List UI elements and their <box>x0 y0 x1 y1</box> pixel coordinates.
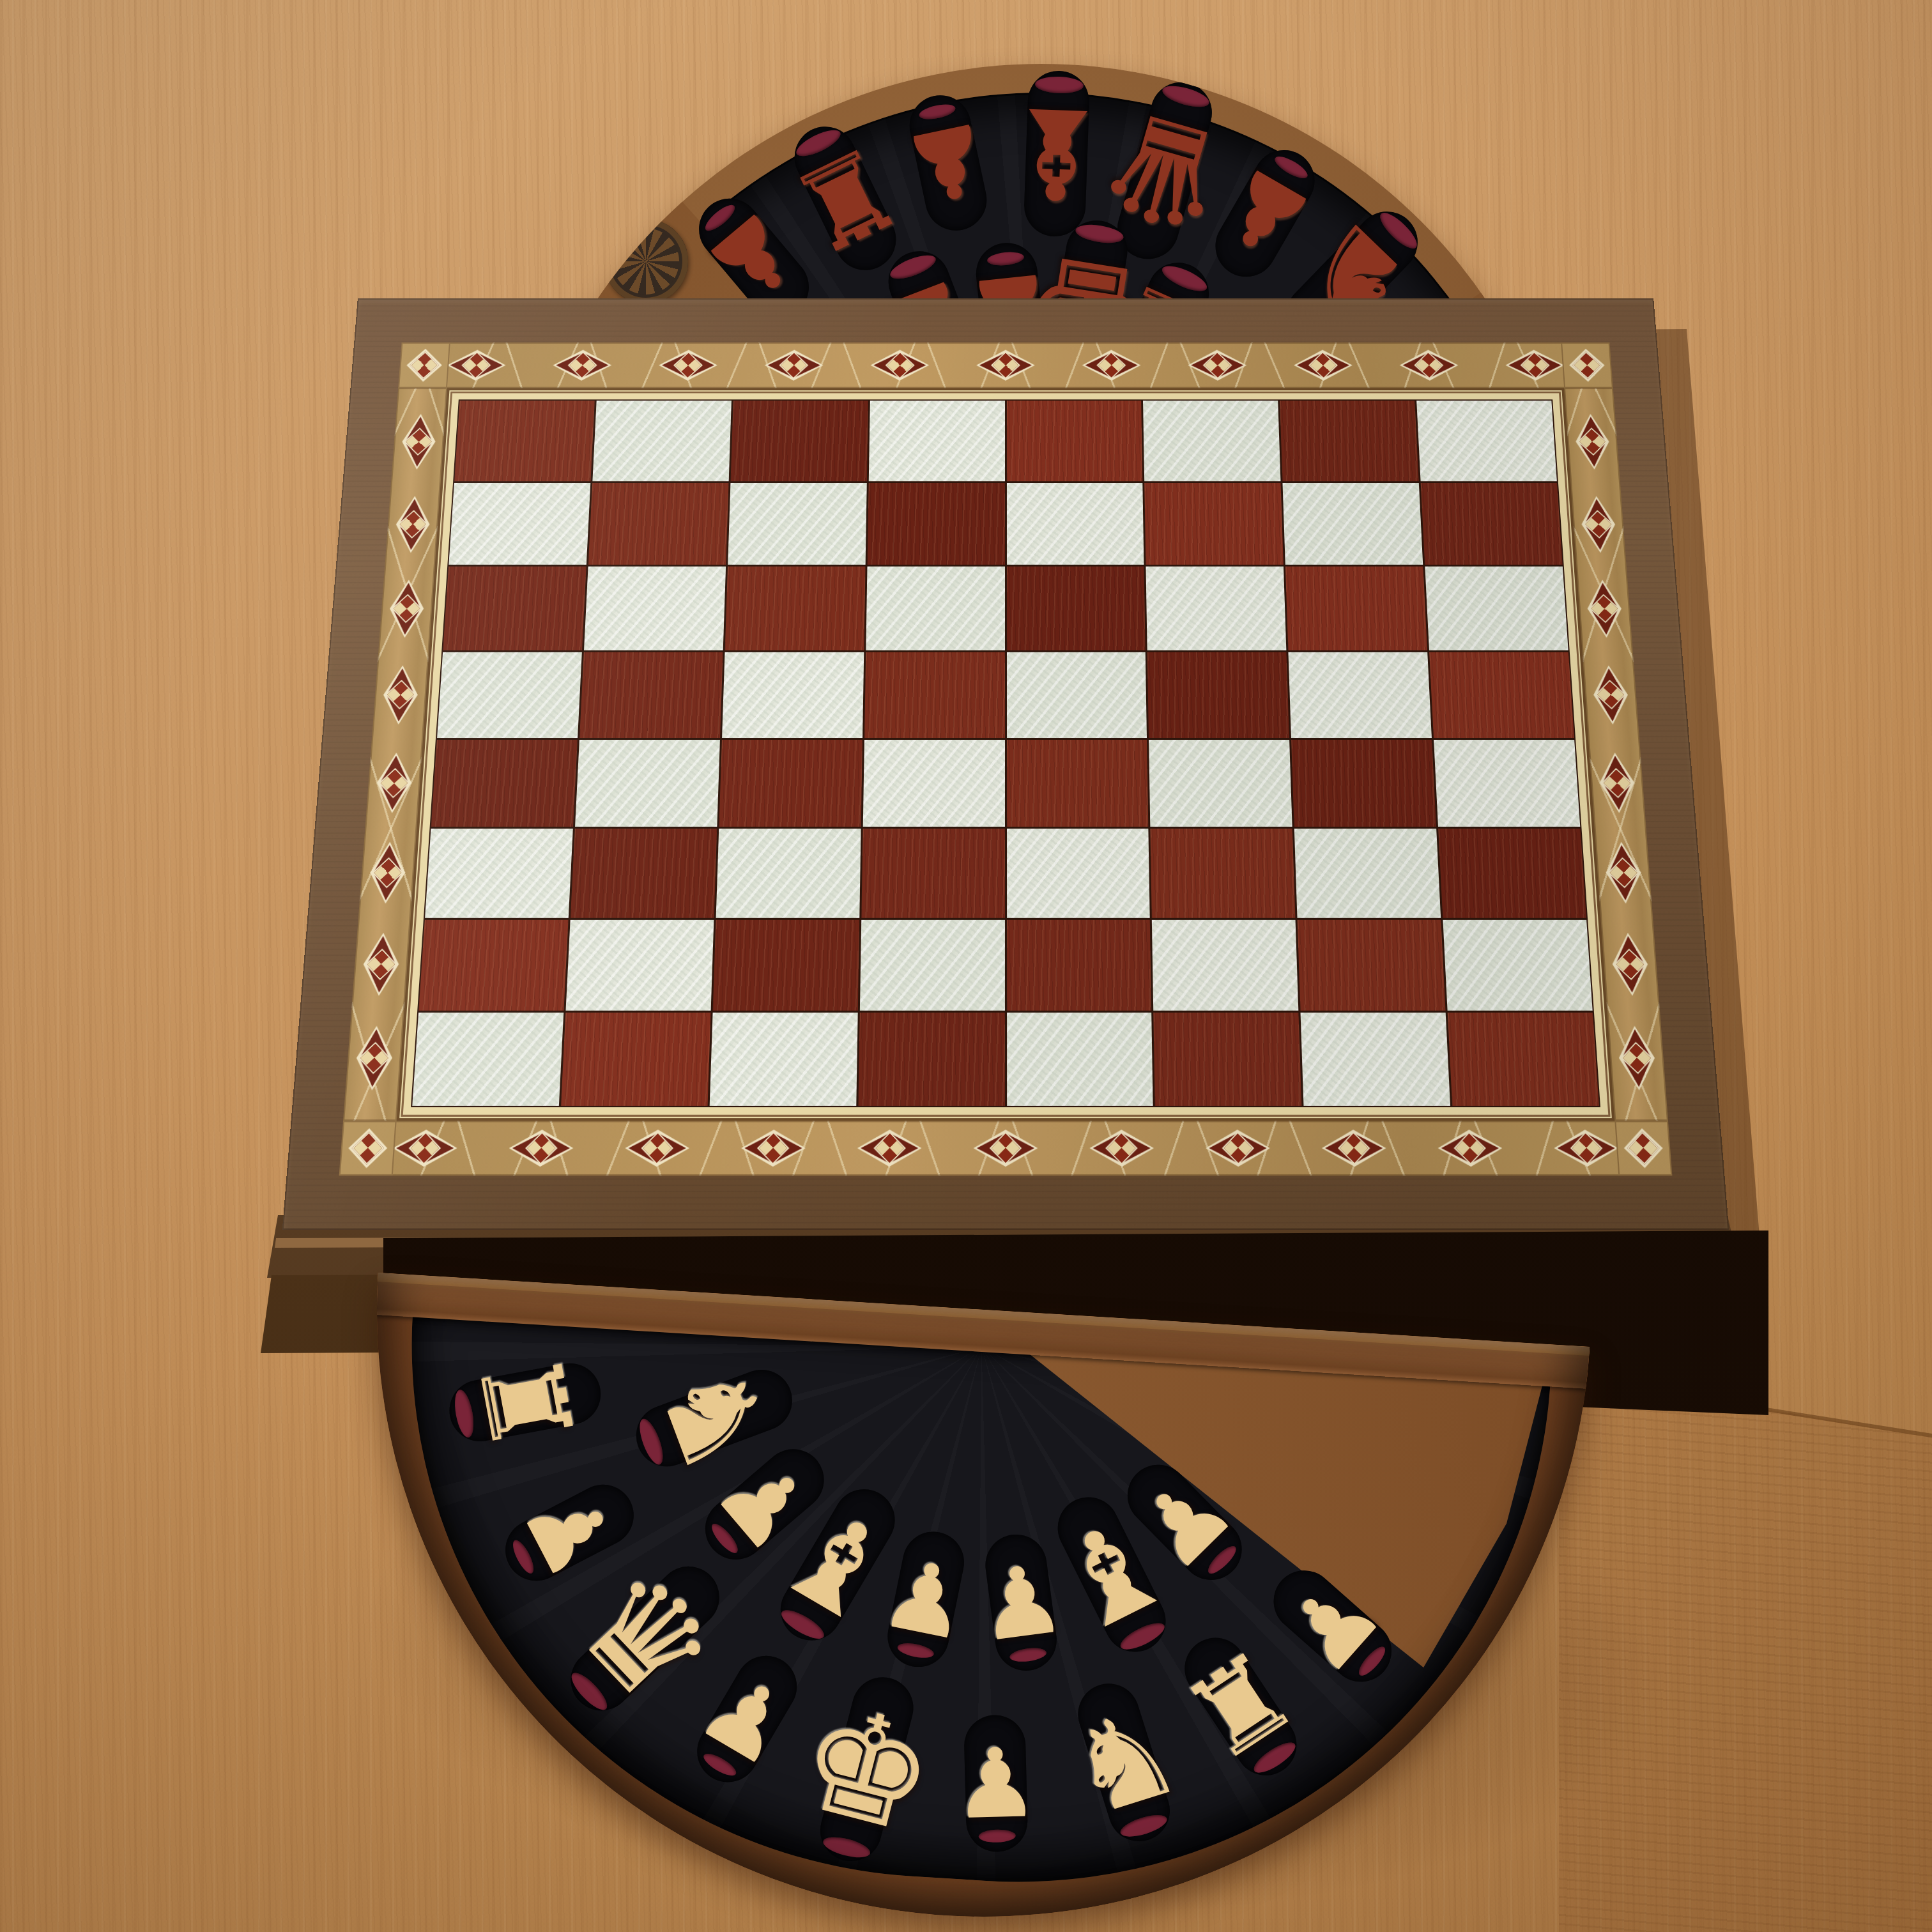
board-square-d5[interactable] <box>864 652 1005 738</box>
inlay-diamond <box>974 1130 1038 1167</box>
inlay-diamond <box>1437 1130 1503 1167</box>
board-square-a2[interactable] <box>418 920 568 1011</box>
board-square-g3[interactable] <box>1294 829 1441 918</box>
inlay-diamond <box>1574 414 1611 470</box>
board-square-f3[interactable] <box>1151 829 1296 918</box>
board-square-e3[interactable] <box>1007 829 1151 918</box>
inlay-diamond <box>1505 350 1565 381</box>
inlay-diamond <box>857 1130 921 1167</box>
board-square-d7[interactable] <box>867 483 1004 565</box>
board-square-f7[interactable] <box>1145 483 1284 565</box>
board-square-h5[interactable] <box>1429 652 1574 738</box>
scene: ♟♜♟♝♛♟♞♟♟♞♟♚♜♝♟♟ <box>0 0 1932 1932</box>
board-square-b6[interactable] <box>584 567 726 650</box>
board-square-f2[interactable] <box>1152 920 1298 1011</box>
inlay-diamond <box>1205 1130 1270 1167</box>
mosaic-band-top <box>398 342 1613 388</box>
board-square-d4[interactable] <box>862 739 1004 827</box>
inlay-diamond <box>388 580 426 638</box>
chess-board <box>322 263 1689 1215</box>
board-square-f4[interactable] <box>1149 739 1292 827</box>
board-square-f5[interactable] <box>1147 652 1289 738</box>
checkerboard <box>412 401 1599 1106</box>
inlay-diamond <box>870 350 929 381</box>
light-pawn[interactable]: ♟ <box>951 1735 1039 1832</box>
inlay-diamond <box>1586 580 1624 638</box>
inlay-diamond <box>1623 1128 1664 1168</box>
board-square-h6[interactable] <box>1425 567 1568 650</box>
inlay-diamond <box>394 496 432 553</box>
board-square-f8[interactable] <box>1143 401 1280 481</box>
board-square-c8[interactable] <box>730 401 868 481</box>
inlay-diamond <box>508 1130 574 1167</box>
board-square-e1[interactable] <box>1007 1013 1153 1106</box>
board-square-b8[interactable] <box>592 401 731 481</box>
board-square-c3[interactable] <box>716 829 861 918</box>
inlay-diamond <box>381 665 420 724</box>
board-square-d1[interactable] <box>858 1013 1004 1106</box>
inlay-diamond <box>1616 1026 1657 1091</box>
inlay-diamond <box>1188 350 1247 381</box>
board-square-b2[interactable] <box>565 920 714 1011</box>
board-square-a8[interactable] <box>454 401 595 481</box>
inlay-diamond <box>1610 933 1650 996</box>
inlay-diamond <box>392 1130 458 1167</box>
inlay-diamond <box>446 350 507 381</box>
board-square-d6[interactable] <box>866 567 1005 650</box>
board-square-c4[interactable] <box>719 739 862 827</box>
light-rook[interactable]: ♜ <box>461 1343 589 1462</box>
board-square-e5[interactable] <box>1006 652 1147 738</box>
board-square-e8[interactable] <box>1006 401 1142 481</box>
inlay-diamond <box>1568 349 1606 382</box>
inlay-diamond <box>740 1130 806 1167</box>
board-square-h1[interactable] <box>1448 1013 1599 1106</box>
inlay-diamond <box>354 1026 394 1091</box>
inlay-diamond <box>976 350 1035 381</box>
inlay-diamond <box>1293 350 1353 381</box>
board-square-h7[interactable] <box>1421 483 1563 565</box>
mosaic-band-bottom <box>339 1121 1673 1176</box>
inlay-diamond <box>764 350 824 381</box>
board-square-h4[interactable] <box>1434 739 1580 827</box>
inlay-diamond <box>400 414 437 470</box>
board-square-g1[interactable] <box>1301 1013 1450 1106</box>
board-square-a5[interactable] <box>437 652 582 738</box>
board-square-d3[interactable] <box>861 829 1005 918</box>
inlay-diamond <box>1553 1130 1620 1167</box>
inlay-diamond <box>374 753 413 813</box>
mosaic-corner-top-right <box>1561 342 1613 388</box>
board-square-a6[interactable] <box>443 567 586 650</box>
inlay-diamond <box>624 1130 690 1167</box>
board-square-g7[interactable] <box>1283 483 1423 565</box>
mosaic-corner-bottom-left <box>339 1121 397 1176</box>
board-square-h8[interactable] <box>1416 401 1557 481</box>
board-square-d2[interactable] <box>859 920 1004 1011</box>
board-square-a7[interactable] <box>448 483 590 565</box>
board-square-b7[interactable] <box>588 483 729 565</box>
board-square-e7[interactable] <box>1006 483 1144 565</box>
board-square-a1[interactable] <box>412 1013 563 1106</box>
board-square-c2[interactable] <box>712 920 859 1011</box>
mosaic-corner-top-left <box>398 342 450 388</box>
inlay-diamond <box>347 1128 388 1168</box>
board-square-e4[interactable] <box>1007 739 1149 827</box>
inlay-diamond <box>368 842 408 904</box>
inlay-diamond <box>361 933 401 996</box>
board-square-f1[interactable] <box>1154 1013 1302 1106</box>
board-square-e2[interactable] <box>1007 920 1152 1011</box>
board-square-b1[interactable] <box>561 1013 710 1106</box>
board-square-b3[interactable] <box>571 829 717 918</box>
board-square-a3[interactable] <box>425 829 573 918</box>
inlay-diamond <box>1598 753 1637 813</box>
mosaic-corner-bottom-right <box>1614 1121 1672 1176</box>
board-square-g2[interactable] <box>1298 920 1446 1011</box>
board-square-b5[interactable] <box>579 652 723 738</box>
inlay-diamond <box>405 349 443 382</box>
inlay-diamond <box>1082 350 1141 381</box>
board-square-g6[interactable] <box>1285 567 1427 650</box>
board-square-c1[interactable] <box>709 1013 857 1106</box>
board-square-h2[interactable] <box>1443 920 1593 1011</box>
board-square-f6[interactable] <box>1146 567 1287 650</box>
board-square-c6[interactable] <box>724 567 865 650</box>
board-square-c7[interactable] <box>728 483 867 565</box>
board-square-b4[interactable] <box>575 739 720 827</box>
inlay-diamond <box>1604 842 1643 904</box>
board-square-a4[interactable] <box>431 739 578 827</box>
inlay-diamond <box>1579 496 1617 553</box>
inlay-diamond <box>1089 1130 1154 1167</box>
inlay-diamond <box>1591 665 1630 724</box>
board-square-h3[interactable] <box>1438 829 1586 918</box>
board-square-c5[interactable] <box>722 652 864 738</box>
inlay-diamond <box>1399 350 1459 381</box>
board-square-d8[interactable] <box>868 401 1004 481</box>
inlay-diamond <box>1321 1130 1387 1167</box>
inlay-diamond <box>552 350 612 381</box>
board-square-g4[interactable] <box>1291 739 1436 827</box>
board-square-e6[interactable] <box>1006 567 1146 650</box>
inlay-diamond <box>658 350 718 381</box>
board-square-g8[interactable] <box>1280 401 1418 481</box>
board-square-g5[interactable] <box>1289 652 1432 738</box>
